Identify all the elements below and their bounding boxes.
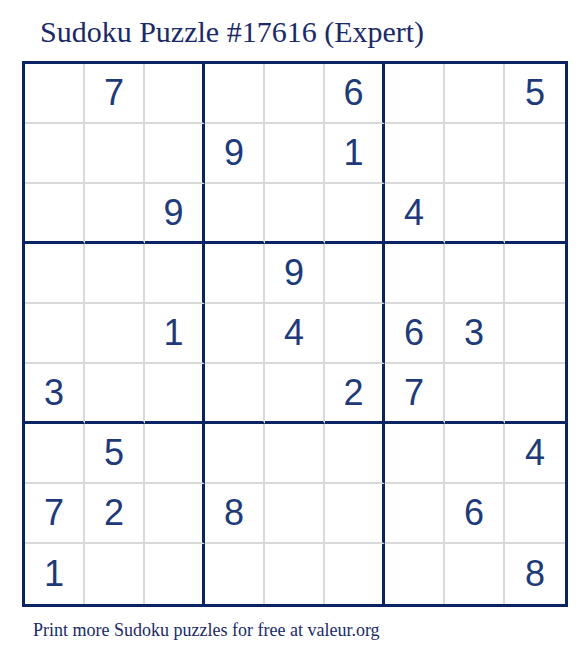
sudoku-cell-r4c7[interactable] <box>385 244 445 304</box>
sudoku-cell-r2c3[interactable] <box>145 124 205 184</box>
sudoku-cell-r6c7[interactable]: 7 <box>385 364 445 424</box>
sudoku-cell-r8c9[interactable] <box>505 484 565 544</box>
sudoku-cell-r2c1[interactable] <box>25 124 85 184</box>
sudoku-cell-r8c3[interactable] <box>145 484 205 544</box>
sudoku-cell-r9c9[interactable]: 8 <box>505 544 565 604</box>
page-title: Sudoku Puzzle #17616 (Expert) <box>0 0 580 49</box>
sudoku-cell-r5c3[interactable]: 1 <box>145 304 205 364</box>
sudoku-cell-r6c2[interactable] <box>85 364 145 424</box>
sudoku-cell-r2c8[interactable] <box>445 124 505 184</box>
sudoku-cell-r6c4[interactable] <box>205 364 265 424</box>
sudoku-cell-r2c6[interactable]: 1 <box>325 124 385 184</box>
sudoku-cell-r8c7[interactable] <box>385 484 445 544</box>
sudoku-cell-r4c3[interactable] <box>145 244 205 304</box>
sudoku-cell-r8c1[interactable]: 7 <box>25 484 85 544</box>
sudoku-cell-r7c5[interactable] <box>265 424 325 484</box>
sudoku-cell-r8c6[interactable] <box>325 484 385 544</box>
sudoku-cell-r5c7[interactable]: 6 <box>385 304 445 364</box>
sudoku-cell-r1c1[interactable] <box>25 64 85 124</box>
sudoku-cell-r4c6[interactable] <box>325 244 385 304</box>
sudoku-cell-r6c8[interactable] <box>445 364 505 424</box>
sudoku-cell-r1c2[interactable]: 7 <box>85 64 145 124</box>
sudoku-cell-r4c4[interactable] <box>205 244 265 304</box>
sudoku-cell-r9c6[interactable] <box>325 544 385 604</box>
sudoku-cell-r7c1[interactable] <box>25 424 85 484</box>
sudoku-cell-r3c7[interactable]: 4 <box>385 184 445 244</box>
sudoku-board: 76591949146332754728618 <box>22 61 568 607</box>
sudoku-cell-r6c3[interactable] <box>145 364 205 424</box>
sudoku-cell-r3c6[interactable] <box>325 184 385 244</box>
sudoku-cell-r4c8[interactable] <box>445 244 505 304</box>
sudoku-cell-r5c6[interactable] <box>325 304 385 364</box>
sudoku-cell-r9c1[interactable]: 1 <box>25 544 85 604</box>
sudoku-cell-r5c5[interactable]: 4 <box>265 304 325 364</box>
sudoku-cell-r3c4[interactable] <box>205 184 265 244</box>
sudoku-cell-r6c1[interactable]: 3 <box>25 364 85 424</box>
sudoku-cell-r3c8[interactable] <box>445 184 505 244</box>
sudoku-cell-r3c2[interactable] <box>85 184 145 244</box>
sudoku-cell-r8c8[interactable]: 6 <box>445 484 505 544</box>
sudoku-cell-r4c2[interactable] <box>85 244 145 304</box>
sudoku-cell-r7c3[interactable] <box>145 424 205 484</box>
sudoku-cell-r7c6[interactable] <box>325 424 385 484</box>
sudoku-cell-r3c1[interactable] <box>25 184 85 244</box>
sudoku-cell-r1c3[interactable] <box>145 64 205 124</box>
sudoku-cell-r8c4[interactable]: 8 <box>205 484 265 544</box>
sudoku-cell-r7c9[interactable]: 4 <box>505 424 565 484</box>
sudoku-cell-r9c4[interactable] <box>205 544 265 604</box>
sudoku-cell-r4c5[interactable]: 9 <box>265 244 325 304</box>
sudoku-cell-r8c5[interactable] <box>265 484 325 544</box>
sudoku-cell-r1c6[interactable]: 6 <box>325 64 385 124</box>
sudoku-cell-r2c4[interactable]: 9 <box>205 124 265 184</box>
sudoku-cell-r3c3[interactable]: 9 <box>145 184 205 244</box>
sudoku-cell-r5c4[interactable] <box>205 304 265 364</box>
sudoku-cell-r2c2[interactable] <box>85 124 145 184</box>
sudoku-cell-r3c5[interactable] <box>265 184 325 244</box>
sudoku-cell-r7c7[interactable] <box>385 424 445 484</box>
sudoku-cell-r6c9[interactable] <box>505 364 565 424</box>
sudoku-cell-r4c1[interactable] <box>25 244 85 304</box>
sudoku-cell-r8c2[interactable]: 2 <box>85 484 145 544</box>
sudoku-cell-r5c9[interactable] <box>505 304 565 364</box>
sudoku-cell-r2c5[interactable] <box>265 124 325 184</box>
sudoku-cell-r2c9[interactable] <box>505 124 565 184</box>
sudoku-cell-r5c8[interactable]: 3 <box>445 304 505 364</box>
sudoku-cell-r6c5[interactable] <box>265 364 325 424</box>
footer-note: Print more Sudoku puzzles for free at va… <box>0 607 580 641</box>
sudoku-printable-page: Sudoku Puzzle #17616 (Expert) 7659194914… <box>0 0 580 641</box>
sudoku-cell-r4c9[interactable] <box>505 244 565 304</box>
sudoku-cell-r9c2[interactable] <box>85 544 145 604</box>
sudoku-cell-r1c7[interactable] <box>385 64 445 124</box>
sudoku-cell-r2c7[interactable] <box>385 124 445 184</box>
sudoku-cell-r9c8[interactable] <box>445 544 505 604</box>
sudoku-cell-r3c9[interactable] <box>505 184 565 244</box>
sudoku-cell-r7c4[interactable] <box>205 424 265 484</box>
sudoku-cell-r7c2[interactable]: 5 <box>85 424 145 484</box>
sudoku-cell-r1c9[interactable]: 5 <box>505 64 565 124</box>
sudoku-cell-r5c1[interactable] <box>25 304 85 364</box>
sudoku-cell-r1c5[interactable] <box>265 64 325 124</box>
sudoku-cell-r7c8[interactable] <box>445 424 505 484</box>
sudoku-cell-r5c2[interactable] <box>85 304 145 364</box>
sudoku-cell-r1c8[interactable] <box>445 64 505 124</box>
sudoku-cell-r6c6[interactable]: 2 <box>325 364 385 424</box>
sudoku-cell-r9c3[interactable] <box>145 544 205 604</box>
sudoku-cell-r9c7[interactable] <box>385 544 445 604</box>
sudoku-cell-r9c5[interactable] <box>265 544 325 604</box>
sudoku-cell-r1c4[interactable] <box>205 64 265 124</box>
